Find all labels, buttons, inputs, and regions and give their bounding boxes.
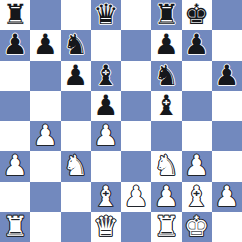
piece-white-knight[interactable]: ♞ <box>63 152 88 180</box>
square-a3[interactable]: ♟ <box>0 151 30 181</box>
square-a2[interactable] <box>0 182 30 212</box>
square-g3[interactable]: ♟ <box>182 151 212 181</box>
square-b1[interactable] <box>30 212 60 242</box>
square-h5[interactable] <box>212 91 242 121</box>
square-h8[interactable] <box>212 0 242 30</box>
square-e4[interactable] <box>121 121 151 151</box>
square-d7[interactable] <box>91 30 121 60</box>
square-c2[interactable] <box>61 182 91 212</box>
piece-black-pawn[interactable]: ♟ <box>33 31 58 59</box>
square-a6[interactable] <box>0 61 30 91</box>
square-c4[interactable] <box>61 121 91 151</box>
square-f2[interactable]: ♟ <box>151 182 181 212</box>
square-d5[interactable]: ♟ <box>91 91 121 121</box>
square-b7[interactable]: ♟ <box>30 30 60 60</box>
square-f6[interactable]: ♞ <box>151 61 181 91</box>
piece-white-king[interactable]: ♚ <box>184 213 209 241</box>
square-h2[interactable]: ♟ <box>212 182 242 212</box>
square-c1[interactable] <box>61 212 91 242</box>
square-c8[interactable] <box>61 0 91 30</box>
piece-white-pawn[interactable]: ♟ <box>154 183 179 211</box>
piece-black-pawn[interactable]: ♟ <box>3 31 28 59</box>
square-h6[interactable]: ♟ <box>212 61 242 91</box>
piece-black-bishop[interactable]: ♝ <box>93 62 118 90</box>
piece-white-pawn[interactable]: ♟ <box>214 183 239 211</box>
square-g5[interactable] <box>182 91 212 121</box>
piece-white-pawn[interactable]: ♟ <box>184 152 209 180</box>
piece-white-pawn[interactable]: ♟ <box>124 183 149 211</box>
piece-black-knight[interactable]: ♞ <box>154 62 179 90</box>
piece-black-king[interactable]: ♚ <box>184 1 209 29</box>
square-h3[interactable] <box>212 151 242 181</box>
square-e1[interactable] <box>121 212 151 242</box>
square-e8[interactable] <box>121 0 151 30</box>
square-c7[interactable]: ♞ <box>61 30 91 60</box>
piece-white-rook[interactable]: ♜ <box>154 213 179 241</box>
piece-black-pawn[interactable]: ♟ <box>184 31 209 59</box>
piece-white-pawn[interactable]: ♟ <box>3 152 28 180</box>
square-a1[interactable]: ♜ <box>0 212 30 242</box>
piece-white-bishop[interactable]: ♝ <box>93 183 118 211</box>
piece-black-bishop[interactable]: ♝ <box>154 92 179 120</box>
piece-black-rook[interactable]: ♜ <box>3 1 28 29</box>
square-b5[interactable] <box>30 91 60 121</box>
square-d2[interactable]: ♝ <box>91 182 121 212</box>
square-d6[interactable]: ♝ <box>91 61 121 91</box>
square-g6[interactable] <box>182 61 212 91</box>
square-h4[interactable] <box>212 121 242 151</box>
piece-white-bishop[interactable]: ♝ <box>184 183 209 211</box>
square-e5[interactable] <box>121 91 151 121</box>
square-g7[interactable]: ♟ <box>182 30 212 60</box>
square-g8[interactable]: ♚ <box>182 0 212 30</box>
piece-black-knight[interactable]: ♞ <box>63 31 88 59</box>
square-b6[interactable] <box>30 61 60 91</box>
square-f8[interactable]: ♜ <box>151 0 181 30</box>
square-e2[interactable]: ♟ <box>121 182 151 212</box>
square-f5[interactable]: ♝ <box>151 91 181 121</box>
square-b8[interactable] <box>30 0 60 30</box>
square-h7[interactable] <box>212 30 242 60</box>
square-f1[interactable]: ♜ <box>151 212 181 242</box>
square-a8[interactable]: ♜ <box>0 0 30 30</box>
square-c3[interactable]: ♞ <box>61 151 91 181</box>
square-c5[interactable] <box>61 91 91 121</box>
square-g2[interactable]: ♝ <box>182 182 212 212</box>
piece-white-queen[interactable]: ♛ <box>93 213 118 241</box>
piece-white-knight[interactable]: ♞ <box>154 152 179 180</box>
square-a5[interactable] <box>0 91 30 121</box>
square-h1[interactable] <box>212 212 242 242</box>
square-b3[interactable] <box>30 151 60 181</box>
piece-black-queen[interactable]: ♛ <box>93 1 118 29</box>
piece-black-rook[interactable]: ♜ <box>154 1 179 29</box>
square-b2[interactable] <box>30 182 60 212</box>
piece-white-pawn[interactable]: ♟ <box>93 122 118 150</box>
square-e7[interactable] <box>121 30 151 60</box>
square-f7[interactable]: ♟ <box>151 30 181 60</box>
square-f3[interactable]: ♞ <box>151 151 181 181</box>
piece-white-pawn[interactable]: ♟ <box>33 122 58 150</box>
piece-black-pawn[interactable]: ♟ <box>154 31 179 59</box>
square-d3[interactable] <box>91 151 121 181</box>
piece-black-pawn[interactable]: ♟ <box>63 62 88 90</box>
square-a4[interactable] <box>0 121 30 151</box>
square-f4[interactable] <box>151 121 181 151</box>
square-e6[interactable] <box>121 61 151 91</box>
piece-black-pawn[interactable]: ♟ <box>214 62 239 90</box>
square-g4[interactable] <box>182 121 212 151</box>
square-d4[interactable]: ♟ <box>91 121 121 151</box>
square-d1[interactable]: ♛ <box>91 212 121 242</box>
square-d8[interactable]: ♛ <box>91 0 121 30</box>
square-e3[interactable] <box>121 151 151 181</box>
piece-white-rook[interactable]: ♜ <box>3 213 28 241</box>
square-a7[interactable]: ♟ <box>0 30 30 60</box>
piece-black-pawn[interactable]: ♟ <box>93 92 118 120</box>
square-b4[interactable]: ♟ <box>30 121 60 151</box>
square-g1[interactable]: ♚ <box>182 212 212 242</box>
square-c6[interactable]: ♟ <box>61 61 91 91</box>
chess-board: ♜♛♜♚♟♟♞♟♟♟♝♞♟♟♝♟♟♟♞♞♟♝♟♟♝♟♜♛♜♚ <box>0 0 242 242</box>
